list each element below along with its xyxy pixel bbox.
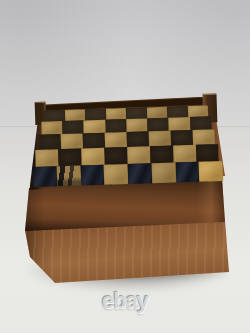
board-square	[196, 144, 219, 162]
board-square	[190, 116, 212, 130]
board-square	[199, 161, 223, 182]
board-square	[128, 163, 152, 184]
board-square	[150, 146, 173, 164]
photo-background: ebay	[0, 0, 250, 333]
board-square	[44, 110, 65, 122]
board-square	[105, 119, 127, 133]
board-square	[168, 117, 190, 131]
board-square	[126, 131, 148, 147]
board-square	[36, 149, 59, 167]
board-square	[33, 166, 57, 187]
board-square	[104, 164, 128, 185]
board-square	[41, 121, 63, 135]
board-square	[187, 105, 208, 117]
board-square	[148, 131, 170, 147]
board-square	[85, 109, 106, 121]
board-square	[62, 120, 84, 134]
board-square	[57, 166, 81, 187]
board-square	[84, 120, 106, 134]
board-square	[175, 162, 199, 183]
board-square	[192, 129, 214, 145]
board-square	[58, 148, 81, 166]
board-square	[104, 147, 127, 165]
board-square	[127, 146, 150, 164]
game-board-top	[27, 95, 230, 193]
board-square	[60, 133, 82, 149]
board-square	[82, 133, 104, 149]
board-square	[80, 165, 104, 186]
board-square	[170, 130, 192, 146]
board-square	[105, 108, 126, 120]
board-square	[167, 106, 188, 118]
board-square	[152, 163, 176, 184]
board-square	[104, 132, 126, 148]
board-square	[38, 134, 60, 150]
board-square	[81, 148, 104, 166]
board-square	[173, 145, 196, 163]
ebay-watermark: ebay	[83, 288, 167, 312]
board-square	[146, 107, 167, 119]
board-square	[126, 118, 148, 132]
board-square	[64, 109, 85, 121]
board-square	[147, 118, 169, 132]
board-square	[126, 107, 147, 119]
